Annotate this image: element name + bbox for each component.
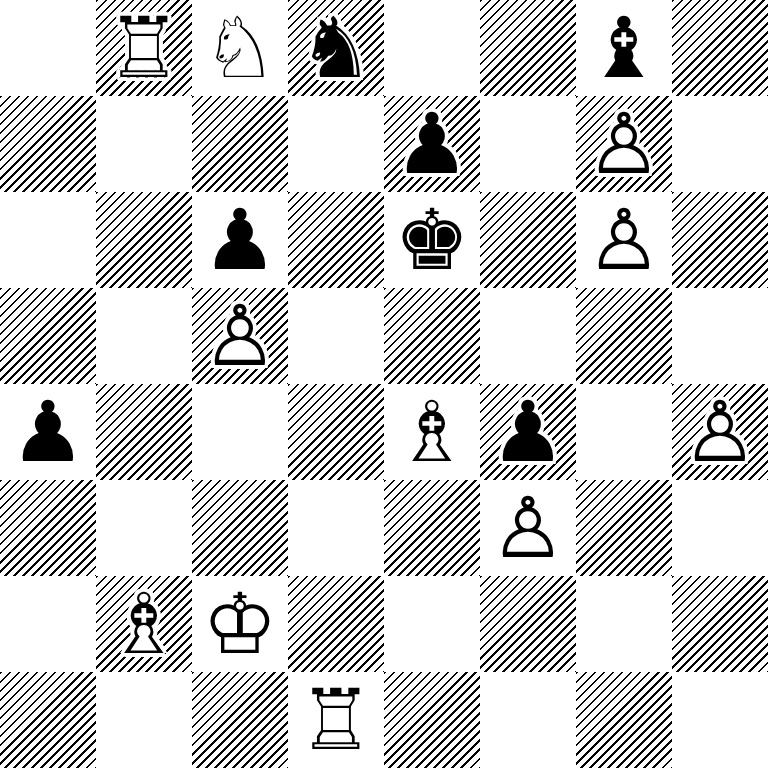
square-c6[interactable]: ♟♟	[192, 192, 288, 288]
piece-glyph: ♟	[192, 192, 288, 288]
square-g6[interactable]: ♟♙	[576, 192, 672, 288]
square-a4[interactable]: ♟♟	[0, 384, 96, 480]
square-a1[interactable]	[0, 672, 96, 768]
chess-board: ♜♖♞♘♞♞♝♝♟♟♟♙♟♟♚♚♟♙♟♙♟♟♝♗♟♟♟♙♟♙♝♗♚♔♜♖	[0, 0, 768, 768]
square-g3[interactable]	[576, 480, 672, 576]
square-b2[interactable]: ♝♗	[96, 576, 192, 672]
square-d4[interactable]	[288, 384, 384, 480]
square-c4[interactable]	[192, 384, 288, 480]
square-g8[interactable]: ♝♝	[576, 0, 672, 96]
square-c8[interactable]: ♞♘	[192, 0, 288, 96]
square-f2[interactable]	[480, 576, 576, 672]
white-bishop-icon: ♝♗	[384, 384, 480, 480]
piece-glyph: ♖	[96, 0, 192, 96]
square-d5[interactable]	[288, 288, 384, 384]
square-f7[interactable]	[480, 96, 576, 192]
piece-glyph: ♗	[384, 384, 480, 480]
square-d6[interactable]	[288, 192, 384, 288]
square-h2[interactable]	[672, 576, 768, 672]
square-h3[interactable]	[672, 480, 768, 576]
square-f4[interactable]: ♟♟	[480, 384, 576, 480]
square-c3[interactable]	[192, 480, 288, 576]
square-e2[interactable]	[384, 576, 480, 672]
piece-glyph: ♙	[480, 480, 576, 576]
black-pawn-icon: ♟♟	[192, 192, 288, 288]
white-pawn-icon: ♟♙	[672, 384, 768, 480]
square-h7[interactable]	[672, 96, 768, 192]
black-king-icon: ♚♚	[384, 192, 480, 288]
square-a3[interactable]	[0, 480, 96, 576]
black-pawn-icon: ♟♟	[0, 384, 96, 480]
square-c5[interactable]: ♟♙	[192, 288, 288, 384]
square-h8[interactable]	[672, 0, 768, 96]
square-e8[interactable]	[384, 0, 480, 96]
piece-glyph: ♙	[576, 192, 672, 288]
white-pawn-icon: ♟♙	[576, 192, 672, 288]
piece-glyph: ♟	[480, 384, 576, 480]
piece-glyph: ♟	[0, 384, 96, 480]
square-g1[interactable]	[576, 672, 672, 768]
square-f6[interactable]	[480, 192, 576, 288]
square-e1[interactable]	[384, 672, 480, 768]
piece-glyph: ♚	[384, 192, 480, 288]
square-b7[interactable]	[96, 96, 192, 192]
white-king-icon: ♚♔	[192, 576, 288, 672]
square-d8[interactable]: ♞♞	[288, 0, 384, 96]
square-d3[interactable]	[288, 480, 384, 576]
white-rook-icon: ♜♖	[288, 672, 384, 768]
square-b5[interactable]	[96, 288, 192, 384]
white-pawn-icon: ♟♙	[480, 480, 576, 576]
square-a5[interactable]	[0, 288, 96, 384]
black-knight-icon: ♞♞	[288, 0, 384, 96]
square-h6[interactable]	[672, 192, 768, 288]
square-c7[interactable]	[192, 96, 288, 192]
piece-glyph: ♟	[384, 96, 480, 192]
square-b1[interactable]	[96, 672, 192, 768]
black-pawn-icon: ♟♟	[480, 384, 576, 480]
piece-glyph: ♝	[576, 0, 672, 96]
square-b8[interactable]: ♜♖	[96, 0, 192, 96]
piece-glyph: ♙	[192, 288, 288, 384]
square-f8[interactable]	[480, 0, 576, 96]
white-pawn-icon: ♟♙	[576, 96, 672, 192]
piece-glyph: ♙	[672, 384, 768, 480]
white-rook-icon: ♜♖	[96, 0, 192, 96]
square-b4[interactable]	[96, 384, 192, 480]
square-e6[interactable]: ♚♚	[384, 192, 480, 288]
black-bishop-icon: ♝♝	[576, 0, 672, 96]
square-a7[interactable]	[0, 96, 96, 192]
square-e3[interactable]	[384, 480, 480, 576]
square-h4[interactable]: ♟♙	[672, 384, 768, 480]
square-g2[interactable]	[576, 576, 672, 672]
piece-glyph: ♞	[288, 0, 384, 96]
square-f3[interactable]: ♟♙	[480, 480, 576, 576]
square-e7[interactable]: ♟♟	[384, 96, 480, 192]
square-h1[interactable]	[672, 672, 768, 768]
square-f1[interactable]	[480, 672, 576, 768]
square-b6[interactable]	[96, 192, 192, 288]
square-c2[interactable]: ♚♔	[192, 576, 288, 672]
square-e4[interactable]: ♝♗	[384, 384, 480, 480]
square-g4[interactable]	[576, 384, 672, 480]
square-c1[interactable]	[192, 672, 288, 768]
black-pawn-icon: ♟♟	[384, 96, 480, 192]
piece-glyph: ♙	[576, 96, 672, 192]
square-e5[interactable]	[384, 288, 480, 384]
white-knight-icon: ♞♘	[192, 0, 288, 96]
square-h5[interactable]	[672, 288, 768, 384]
square-b3[interactable]	[96, 480, 192, 576]
piece-glyph: ♔	[192, 576, 288, 672]
square-a8[interactable]	[0, 0, 96, 96]
square-d2[interactable]	[288, 576, 384, 672]
square-g7[interactable]: ♟♙	[576, 96, 672, 192]
white-bishop-icon: ♝♗	[96, 576, 192, 672]
piece-glyph: ♖	[288, 672, 384, 768]
piece-glyph: ♗	[96, 576, 192, 672]
white-pawn-icon: ♟♙	[192, 288, 288, 384]
square-d7[interactable]	[288, 96, 384, 192]
square-d1[interactable]: ♜♖	[288, 672, 384, 768]
square-f5[interactable]	[480, 288, 576, 384]
square-a2[interactable]	[0, 576, 96, 672]
piece-glyph: ♘	[192, 0, 288, 96]
square-g5[interactable]	[576, 288, 672, 384]
square-a6[interactable]	[0, 192, 96, 288]
